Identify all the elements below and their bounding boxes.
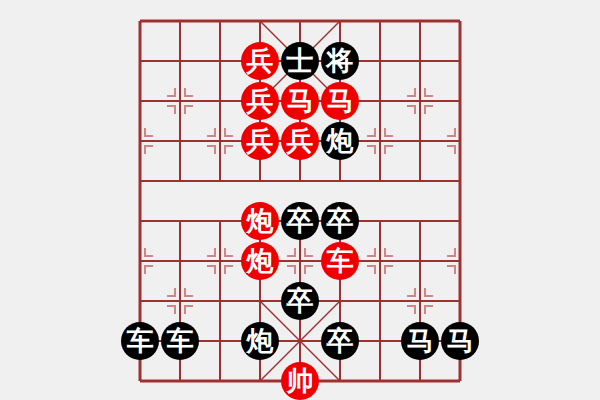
board-point-c2-r8[interactable]: [200, 321, 240, 361]
board-point-c2-r7[interactable]: [200, 281, 240, 321]
board-point-c0-r7[interactable]: [120, 281, 160, 321]
board-point-c5-r6[interactable]: 车: [320, 241, 360, 281]
board-point-c6-r8[interactable]: [360, 321, 400, 361]
board-point-c4-r2[interactable]: 马: [280, 81, 320, 121]
board-point-c0-r4[interactable]: [120, 161, 160, 201]
board-point-c8-r5[interactable]: [440, 201, 480, 241]
board-point-c7-r2[interactable]: [400, 81, 440, 121]
board-point-c0-r0[interactable]: [120, 1, 160, 41]
board-point-c7-r6[interactable]: [400, 241, 440, 281]
board-point-c6-r2[interactable]: [360, 81, 400, 121]
board-point-c3-r9[interactable]: [240, 361, 280, 400]
piece-black-advisor[interactable]: 士: [281, 42, 319, 80]
board-point-c4-r7[interactable]: 卒: [280, 281, 320, 321]
piece-red-general[interactable]: 帅: [281, 362, 319, 400]
piece-black-pawn[interactable]: 卒: [281, 282, 319, 320]
board-point-c0-r5[interactable]: [120, 201, 160, 241]
board-point-c2-r0[interactable]: [200, 1, 240, 41]
board-point-c5-r1[interactable]: 将: [320, 41, 360, 81]
board-point-c1-r9[interactable]: [160, 361, 200, 400]
board-point-c1-r7[interactable]: [160, 281, 200, 321]
board-point-c5-r8[interactable]: 卒: [320, 321, 360, 361]
board-point-c1-r3[interactable]: [160, 121, 200, 161]
board-point-c8-r8[interactable]: 马: [440, 321, 480, 361]
board-point-c4-r9[interactable]: 帅: [280, 361, 320, 400]
board-point-c5-r9[interactable]: [320, 361, 360, 400]
piece-black-horse[interactable]: 马: [441, 322, 479, 360]
board-point-c1-r8[interactable]: 车: [160, 321, 200, 361]
piece-black-chariot[interactable]: 车: [161, 322, 199, 360]
piece-black-pawn[interactable]: 卒: [281, 202, 319, 240]
board-point-c1-r6[interactable]: [160, 241, 200, 281]
board-point-c8-r4[interactable]: [440, 161, 480, 201]
board-point-c1-r0[interactable]: [160, 1, 200, 41]
board-point-c3-r2[interactable]: 兵: [240, 81, 280, 121]
board-point-c1-r1[interactable]: [160, 41, 200, 81]
board-point-c4-r8[interactable]: [280, 321, 320, 361]
board-point-c3-r6[interactable]: 炮: [240, 241, 280, 281]
board-point-c2-r3[interactable]: [200, 121, 240, 161]
board-point-c8-r6[interactable]: [440, 241, 480, 281]
board-point-c3-r7[interactable]: [240, 281, 280, 321]
board-point-c6-r1[interactable]: [360, 41, 400, 81]
board-point-c8-r9[interactable]: [440, 361, 480, 400]
board-point-c5-r4[interactable]: [320, 161, 360, 201]
piece-black-general[interactable]: 将: [321, 42, 359, 80]
board-point-c7-r4[interactable]: [400, 161, 440, 201]
piece-red-cannon[interactable]: 炮: [241, 202, 279, 240]
xiangqi-board: 兵士将兵马马兵兵炮炮卒卒炮车卒车车炮卒马马帅: [120, 1, 480, 400]
board-point-c6-r7[interactable]: [360, 281, 400, 321]
board-point-c4-r3[interactable]: 兵: [280, 121, 320, 161]
board-point-c6-r0[interactable]: [360, 1, 400, 41]
piece-black-cannon[interactable]: 炮: [241, 322, 279, 360]
board-point-c1-r2[interactable]: [160, 81, 200, 121]
board-point-c8-r1[interactable]: [440, 41, 480, 81]
board-point-c6-r6[interactable]: [360, 241, 400, 281]
piece-black-pawn[interactable]: 卒: [321, 202, 359, 240]
board-point-c8-r0[interactable]: [440, 1, 480, 41]
board-point-c8-r7[interactable]: [440, 281, 480, 321]
board-point-c7-r9[interactable]: [400, 361, 440, 400]
piece-black-pawn[interactable]: 卒: [321, 322, 359, 360]
piece-red-pawn[interactable]: 兵: [241, 82, 279, 120]
board-point-c8-r2[interactable]: [440, 81, 480, 121]
board-point-c0-r8[interactable]: 车: [120, 321, 160, 361]
board-point-c4-r6[interactable]: [280, 241, 320, 281]
board-point-c7-r1[interactable]: [400, 41, 440, 81]
board-point-c2-r9[interactable]: [200, 361, 240, 400]
board-point-c1-r5[interactable]: [160, 201, 200, 241]
piece-red-cannon[interactable]: 炮: [241, 242, 279, 280]
board-point-c6-r9[interactable]: [360, 361, 400, 400]
board-point-c0-r9[interactable]: [120, 361, 160, 400]
piece-red-chariot[interactable]: 车: [321, 242, 359, 280]
board-point-c3-r8[interactable]: 炮: [240, 321, 280, 361]
board-point-c6-r3[interactable]: [360, 121, 400, 161]
board-point-c8-r3[interactable]: [440, 121, 480, 161]
board-point-c7-r7[interactable]: [400, 281, 440, 321]
board-point-c4-r5[interactable]: 卒: [280, 201, 320, 241]
piece-red-pawn[interactable]: 兵: [241, 122, 279, 160]
piece-black-cannon[interactable]: 炮: [321, 122, 359, 160]
board-point-c5-r0[interactable]: [320, 1, 360, 41]
board-point-c2-r5[interactable]: [200, 201, 240, 241]
board-point-c5-r3[interactable]: 炮: [320, 121, 360, 161]
board-point-c3-r1[interactable]: 兵: [240, 41, 280, 81]
board-point-c4-r0[interactable]: [280, 1, 320, 41]
board-point-c0-r3[interactable]: [120, 121, 160, 161]
board-point-c7-r0[interactable]: [400, 1, 440, 41]
board-point-c5-r2[interactable]: 马: [320, 81, 360, 121]
board-point-c7-r5[interactable]: [400, 201, 440, 241]
board-point-c5-r5[interactable]: 卒: [320, 201, 360, 241]
board-point-c7-r3[interactable]: [400, 121, 440, 161]
board-point-c3-r0[interactable]: [240, 1, 280, 41]
piece-black-chariot[interactable]: 车: [121, 322, 159, 360]
board-point-c3-r5[interactable]: 炮: [240, 201, 280, 241]
board-point-c2-r6[interactable]: [200, 241, 240, 281]
board-point-c3-r3[interactable]: 兵: [240, 121, 280, 161]
board-point-c2-r1[interactable]: [200, 41, 240, 81]
board-point-c4-r1[interactable]: 士: [280, 41, 320, 81]
board-point-c2-r4[interactable]: [200, 161, 240, 201]
piece-red-pawn[interactable]: 兵: [241, 42, 279, 80]
board-point-c6-r5[interactable]: [360, 201, 400, 241]
piece-red-pawn[interactable]: 兵: [281, 122, 319, 160]
piece-red-horse[interactable]: 马: [281, 82, 319, 120]
board-point-c6-r4[interactable]: [360, 161, 400, 201]
board-point-c2-r2[interactable]: [200, 81, 240, 121]
piece-black-horse[interactable]: 马: [401, 322, 439, 360]
board-point-c7-r8[interactable]: 马: [400, 321, 440, 361]
board-point-c3-r4[interactable]: [240, 161, 280, 201]
board-point-c1-r4[interactable]: [160, 161, 200, 201]
board-point-c0-r6[interactable]: [120, 241, 160, 281]
board-point-c5-r7[interactable]: [320, 281, 360, 321]
piece-red-horse[interactable]: 马: [321, 82, 359, 120]
board-point-c0-r2[interactable]: [120, 81, 160, 121]
board-point-c0-r1[interactable]: [120, 41, 160, 81]
xiangqi-screenshot: 兵士将兵马马兵兵炮炮卒卒炮车卒车车炮卒马马帅: [0, 0, 600, 400]
board-point-c4-r4[interactable]: [280, 161, 320, 201]
